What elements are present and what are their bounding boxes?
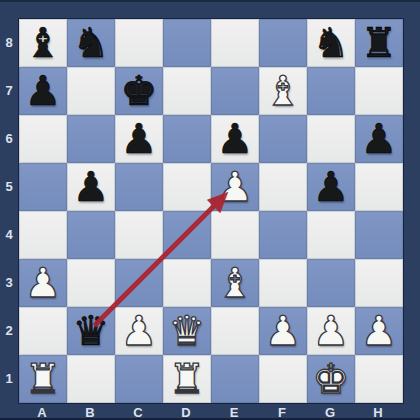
square-e6[interactable]: ♟	[211, 115, 259, 163]
rank-label-6: 6	[0, 114, 18, 162]
square-g8[interactable]: ♞	[307, 19, 355, 67]
square-a7[interactable]: ♟	[19, 67, 67, 115]
square-h6[interactable]: ♟	[355, 115, 403, 163]
square-c6[interactable]: ♟	[115, 115, 163, 163]
file-label-h: H	[354, 403, 402, 420]
square-a5[interactable]	[19, 163, 67, 211]
rank-label-2: 2	[0, 306, 18, 354]
piece-black-bishop[interactable]: ♝	[25, 19, 62, 67]
square-h8[interactable]: ♜	[355, 19, 403, 67]
square-e2[interactable]	[211, 307, 259, 355]
rank-label-3: 3	[0, 258, 18, 306]
piece-black-pawn[interactable]: ♟	[361, 115, 398, 163]
file-label-b: B	[66, 403, 114, 420]
piece-black-king[interactable]: ♚	[121, 67, 158, 115]
square-b8[interactable]: ♞	[67, 19, 115, 67]
file-labels: ABCDEFGH	[18, 403, 402, 420]
square-h3[interactable]	[355, 259, 403, 307]
file-label-a: A	[18, 403, 66, 420]
square-g2[interactable]: ♟	[307, 307, 355, 355]
square-b4[interactable]	[67, 211, 115, 259]
square-d2[interactable]: ♛	[163, 307, 211, 355]
square-b1[interactable]	[67, 355, 115, 403]
file-label-f: F	[258, 403, 306, 420]
square-b6[interactable]	[67, 115, 115, 163]
square-a3[interactable]: ♟	[19, 259, 67, 307]
piece-white-bishop[interactable]: ♝	[265, 67, 302, 115]
square-d3[interactable]	[163, 259, 211, 307]
square-b5[interactable]: ♟	[67, 163, 115, 211]
square-e3[interactable]: ♝	[211, 259, 259, 307]
square-g5[interactable]: ♟	[307, 163, 355, 211]
square-g6[interactable]	[307, 115, 355, 163]
square-h5[interactable]	[355, 163, 403, 211]
square-d1[interactable]: ♜	[163, 355, 211, 403]
piece-black-knight[interactable]: ♞	[73, 19, 110, 67]
piece-black-rook[interactable]: ♜	[361, 19, 398, 67]
rank-labels: 87654321	[0, 18, 18, 402]
square-h4[interactable]	[355, 211, 403, 259]
piece-white-queen[interactable]: ♛	[169, 307, 206, 355]
piece-black-knight[interactable]: ♞	[313, 19, 350, 67]
piece-black-pawn[interactable]: ♟	[313, 163, 350, 211]
square-e4[interactable]	[211, 211, 259, 259]
piece-white-rook[interactable]: ♜	[25, 355, 62, 403]
square-a2[interactable]	[19, 307, 67, 355]
square-c2[interactable]: ♟	[115, 307, 163, 355]
piece-white-king[interactable]: ♚	[313, 355, 350, 403]
square-c5[interactable]	[115, 163, 163, 211]
piece-white-pawn[interactable]: ♟	[313, 307, 350, 355]
square-h2[interactable]: ♟	[355, 307, 403, 355]
piece-white-pawn[interactable]: ♟	[217, 163, 254, 211]
square-c7[interactable]: ♚	[115, 67, 163, 115]
square-f5[interactable]	[259, 163, 307, 211]
square-d5[interactable]	[163, 163, 211, 211]
square-a4[interactable]	[19, 211, 67, 259]
square-a8[interactable]: ♝	[19, 19, 67, 67]
piece-white-pawn[interactable]: ♟	[265, 307, 302, 355]
chess-board: ♝♞♞♜♟♚♝♟♟♟♟♟♟♟♝♛♟♛♟♟♟♜♜♚	[18, 18, 404, 404]
square-a6[interactable]	[19, 115, 67, 163]
square-e7[interactable]	[211, 67, 259, 115]
square-b2[interactable]: ♛	[67, 307, 115, 355]
square-d6[interactable]	[163, 115, 211, 163]
piece-black-queen[interactable]: ♛	[73, 307, 110, 355]
piece-white-pawn[interactable]: ♟	[361, 307, 398, 355]
piece-white-rook[interactable]: ♜	[169, 355, 206, 403]
square-f8[interactable]	[259, 19, 307, 67]
square-c8[interactable]	[115, 19, 163, 67]
square-c1[interactable]	[115, 355, 163, 403]
square-b7[interactable]	[67, 67, 115, 115]
square-f4[interactable]	[259, 211, 307, 259]
rank-label-7: 7	[0, 66, 18, 114]
square-f1[interactable]	[259, 355, 307, 403]
square-c3[interactable]	[115, 259, 163, 307]
rank-label-4: 4	[0, 210, 18, 258]
square-e1[interactable]	[211, 355, 259, 403]
square-d8[interactable]	[163, 19, 211, 67]
square-a1[interactable]: ♜	[19, 355, 67, 403]
square-g1[interactable]: ♚	[307, 355, 355, 403]
square-f6[interactable]	[259, 115, 307, 163]
piece-black-pawn[interactable]: ♟	[121, 115, 158, 163]
square-f3[interactable]	[259, 259, 307, 307]
square-d4[interactable]	[163, 211, 211, 259]
square-e5[interactable]: ♟	[211, 163, 259, 211]
square-e8[interactable]	[211, 19, 259, 67]
piece-white-pawn[interactable]: ♟	[25, 259, 62, 307]
square-g4[interactable]	[307, 211, 355, 259]
piece-black-pawn[interactable]: ♟	[25, 67, 62, 115]
file-label-g: G	[306, 403, 354, 420]
file-label-e: E	[210, 403, 258, 420]
chess-app-frame: 87654321 ♝♞♞♜♟♚♝♟♟♟♟♟♟♟♝♛♟♛♟♟♟♜♜♚ ABCDEF…	[0, 0, 420, 420]
square-f2[interactable]: ♟	[259, 307, 307, 355]
piece-black-pawn[interactable]: ♟	[217, 115, 254, 163]
square-f7[interactable]: ♝	[259, 67, 307, 115]
file-label-c: C	[114, 403, 162, 420]
square-h7[interactable]	[355, 67, 403, 115]
piece-black-pawn[interactable]: ♟	[73, 163, 110, 211]
file-label-d: D	[162, 403, 210, 420]
rank-label-8: 8	[0, 18, 18, 66]
square-c4[interactable]	[115, 211, 163, 259]
square-g7[interactable]	[307, 67, 355, 115]
rank-label-1: 1	[0, 354, 18, 402]
square-h1[interactable]	[355, 355, 403, 403]
square-b3[interactable]	[67, 259, 115, 307]
rank-label-5: 5	[0, 162, 18, 210]
square-g3[interactable]	[307, 259, 355, 307]
square-d7[interactable]	[163, 67, 211, 115]
piece-white-bishop[interactable]: ♝	[217, 259, 254, 307]
piece-white-pawn[interactable]: ♟	[121, 307, 158, 355]
